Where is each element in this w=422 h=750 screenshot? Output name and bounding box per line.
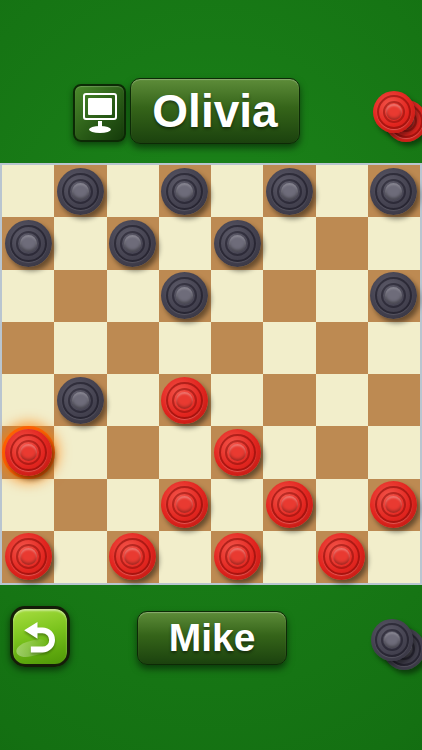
square-r8c3[interactable]	[107, 531, 159, 583]
square-r6c1[interactable]	[2, 426, 54, 478]
board	[0, 163, 422, 585]
black-man[interactable]	[266, 168, 313, 215]
square-r5c4[interactable]	[159, 374, 211, 426]
undo-arrow-icon	[20, 617, 60, 657]
red-man[interactable]	[161, 377, 208, 424]
square-r2c8	[368, 217, 420, 269]
square-r8c8	[368, 531, 420, 583]
square-r3c7	[316, 270, 368, 322]
red-man[interactable]	[318, 533, 365, 580]
square-r1c7	[316, 165, 368, 217]
square-r4c7[interactable]	[316, 322, 368, 374]
square-r8c4	[159, 531, 211, 583]
square-r3c1	[2, 270, 54, 322]
square-r7c4[interactable]	[159, 479, 211, 531]
square-r1c8[interactable]	[368, 165, 420, 217]
square-r8c1[interactable]	[2, 531, 54, 583]
computer-player-indicator	[73, 84, 126, 142]
square-r7c8[interactable]	[368, 479, 420, 531]
square-r1c6[interactable]	[263, 165, 315, 217]
black-man[interactable]	[214, 220, 261, 267]
square-r6c6	[263, 426, 315, 478]
square-r4c5[interactable]	[211, 322, 263, 374]
square-r5c5	[211, 374, 263, 426]
player-name-bottom: Mike	[137, 611, 287, 665]
square-r3c4[interactable]	[159, 270, 211, 322]
square-r7c5	[211, 479, 263, 531]
square-r3c3	[107, 270, 159, 322]
red-man[interactable]	[214, 429, 261, 476]
black-man[interactable]	[57, 168, 104, 215]
square-r5c8[interactable]	[368, 374, 420, 426]
square-r1c2[interactable]	[54, 165, 106, 217]
square-r6c4	[159, 426, 211, 478]
square-r8c2	[54, 531, 106, 583]
square-r6c3[interactable]	[107, 426, 159, 478]
square-r3c2[interactable]	[54, 270, 106, 322]
square-r6c7[interactable]	[316, 426, 368, 478]
red-man[interactable]	[5, 533, 52, 580]
square-r7c3	[107, 479, 159, 531]
monitor-icon	[82, 92, 118, 134]
square-r2c7[interactable]	[316, 217, 368, 269]
square-r3c5	[211, 270, 263, 322]
captured-black-man	[371, 619, 413, 661]
black-man[interactable]	[161, 272, 208, 319]
square-r5c1	[2, 374, 54, 426]
red-man[interactable]	[109, 533, 156, 580]
square-r4c2	[54, 322, 106, 374]
player-name-top-label: Olivia	[152, 84, 277, 138]
square-r6c8	[368, 426, 420, 478]
square-r3c6[interactable]	[263, 270, 315, 322]
red-man[interactable]	[214, 533, 261, 580]
square-r7c6[interactable]	[263, 479, 315, 531]
player-name-bottom-label: Mike	[169, 616, 256, 660]
square-r1c5	[211, 165, 263, 217]
captured-red-stack	[373, 91, 422, 151]
square-r6c2	[54, 426, 106, 478]
square-r6c5[interactable]	[211, 426, 263, 478]
square-r2c5[interactable]	[211, 217, 263, 269]
square-r7c7	[316, 479, 368, 531]
black-man[interactable]	[370, 168, 417, 215]
captured-black-stack	[371, 619, 422, 679]
square-r2c4	[159, 217, 211, 269]
square-r8c5[interactable]	[211, 531, 263, 583]
square-r1c4[interactable]	[159, 165, 211, 217]
square-r7c1	[2, 479, 54, 531]
square-r5c7	[316, 374, 368, 426]
black-man[interactable]	[57, 377, 104, 424]
square-r5c6[interactable]	[263, 374, 315, 426]
red-man[interactable]	[266, 481, 313, 528]
red-man-selected[interactable]	[5, 429, 52, 476]
square-r2c1[interactable]	[2, 217, 54, 269]
square-r2c2	[54, 217, 106, 269]
square-r8c7[interactable]	[316, 531, 368, 583]
black-man[interactable]	[5, 220, 52, 267]
square-r8c6	[263, 531, 315, 583]
square-r2c6	[263, 217, 315, 269]
square-r7c2[interactable]	[54, 479, 106, 531]
square-r2c3[interactable]	[107, 217, 159, 269]
undo-button[interactable]	[10, 606, 70, 667]
square-r1c1	[2, 165, 54, 217]
square-r4c4	[159, 322, 211, 374]
red-man[interactable]	[370, 481, 417, 528]
red-man[interactable]	[161, 481, 208, 528]
square-r5c3	[107, 374, 159, 426]
player-name-top: Olivia	[130, 78, 300, 144]
square-r4c3[interactable]	[107, 322, 159, 374]
black-man[interactable]	[109, 220, 156, 267]
square-r4c8	[368, 322, 420, 374]
square-r4c6	[263, 322, 315, 374]
black-man[interactable]	[370, 272, 417, 319]
square-r3c8[interactable]	[368, 270, 420, 322]
captured-red-man	[373, 91, 415, 133]
square-r4c1[interactable]	[2, 322, 54, 374]
game-screen: Olivia Mike	[0, 0, 422, 750]
black-man[interactable]	[161, 168, 208, 215]
square-r5c2[interactable]	[54, 374, 106, 426]
square-r1c3	[107, 165, 159, 217]
